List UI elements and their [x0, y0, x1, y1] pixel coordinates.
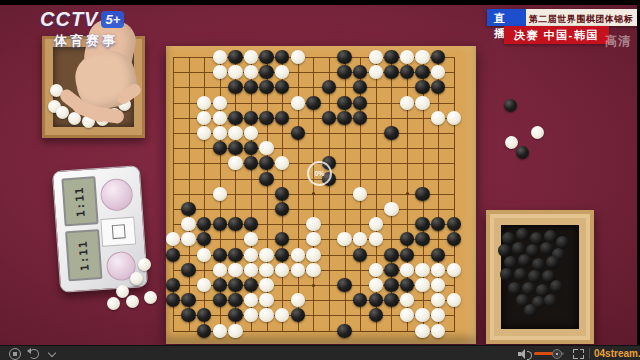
refresh-icon[interactable]	[29, 349, 39, 359]
captured-white-stone	[126, 295, 139, 308]
black-stone	[415, 217, 430, 231]
broadcast-screen: 1:11 1:11 0% CCTV 5+ 体育赛事 直播 第二届世界围棋团体锦标…	[0, 0, 640, 360]
black-stone	[291, 126, 306, 140]
white-stone	[259, 141, 274, 155]
bowl-black-stone	[516, 228, 529, 241]
site-watermark: 04stream.tv	[594, 348, 640, 359]
bowl-black-stone	[544, 294, 557, 307]
white-stone	[431, 263, 446, 277]
bowl-black-stone	[546, 256, 559, 269]
black-stone	[181, 202, 196, 216]
white-stone	[431, 324, 446, 338]
white-stone	[228, 156, 243, 170]
volume-slider-handle[interactable]	[552, 349, 562, 359]
white-stone	[197, 248, 212, 262]
bowl-white-stone	[108, 108, 121, 121]
black-stone	[228, 80, 243, 94]
white-stone	[213, 324, 228, 338]
captured-white-stone	[505, 136, 518, 149]
black-stone	[337, 96, 352, 110]
black-stone	[415, 187, 430, 201]
black-stone	[384, 278, 399, 292]
white-stone	[369, 65, 384, 79]
captured-white-stone	[116, 285, 129, 298]
bowl-white-stone	[96, 113, 109, 126]
white-stone	[306, 248, 321, 262]
black-stone	[306, 96, 321, 110]
white-stone	[415, 96, 430, 110]
black-stone	[228, 293, 243, 307]
volume-osd-value: 0%	[314, 170, 324, 177]
black-stone	[259, 111, 274, 125]
white-stone	[306, 263, 321, 277]
letterbox-top	[0, 0, 640, 5]
white-stone	[447, 293, 462, 307]
black-stone	[353, 96, 368, 110]
white-stone	[415, 278, 430, 292]
white-stone	[213, 126, 228, 140]
bowl-black-stone	[550, 280, 563, 293]
white-stone	[228, 126, 243, 140]
black-stone	[197, 324, 212, 338]
black-stone	[337, 50, 352, 64]
captured-white-stone	[138, 258, 151, 271]
black-stone	[400, 248, 415, 262]
captured-black-stone	[516, 146, 529, 159]
bowl-black-stone	[544, 230, 557, 243]
black-stone	[228, 50, 243, 64]
black-stone	[337, 278, 352, 292]
white-stone	[197, 96, 212, 110]
black-stone	[259, 65, 274, 79]
star-point	[312, 284, 315, 287]
black-stone	[337, 324, 352, 338]
white-stone	[259, 278, 274, 292]
black-stone	[384, 126, 399, 140]
player-control-bar: 04stream.tv	[0, 345, 640, 360]
bowl-black-stone	[522, 282, 535, 295]
black-stone	[337, 65, 352, 79]
captured-black-stone	[504, 99, 517, 112]
black-stone	[228, 308, 243, 322]
clock-button-top	[100, 178, 134, 212]
bowl-black-stone	[532, 258, 545, 271]
white-stone	[291, 248, 306, 262]
black-stone	[384, 263, 399, 277]
white-stone	[400, 50, 415, 64]
bar-separator	[589, 348, 590, 359]
captured-white-stone	[107, 297, 120, 310]
black-stone	[213, 217, 228, 231]
white-stone	[400, 263, 415, 277]
bowl-black-stone	[512, 242, 525, 255]
white-stone	[259, 263, 274, 277]
white-stone	[291, 263, 306, 277]
white-stone	[447, 111, 462, 125]
black-stone	[322, 111, 337, 125]
bowl-white-stone	[82, 115, 95, 128]
captured-white-stone	[130, 272, 143, 285]
white-stone	[213, 187, 228, 201]
white-stone	[213, 96, 228, 110]
event-title: 第二届世界围棋团体锦标赛	[526, 9, 640, 26]
black-stone	[384, 293, 399, 307]
bowl-white-stone	[122, 84, 135, 97]
white-stone	[228, 263, 243, 277]
bowl-white-stone	[118, 98, 131, 111]
black-stone	[228, 111, 243, 125]
white-stone	[369, 50, 384, 64]
clock-display-top: 1:11	[61, 176, 98, 226]
white-stone	[306, 232, 321, 246]
bowl-black-stone	[504, 256, 517, 269]
black-stone	[447, 217, 462, 231]
white-stone	[369, 217, 384, 231]
stop-button-icon[interactable]	[9, 348, 21, 360]
black-stone	[353, 248, 368, 262]
black-stone	[384, 65, 399, 79]
star-point	[406, 192, 409, 195]
volume-slider[interactable]	[534, 352, 564, 355]
white-stone	[291, 96, 306, 110]
black-stone	[244, 111, 259, 125]
black-stone	[384, 50, 399, 64]
black-stone	[228, 248, 243, 262]
black-stone	[431, 248, 446, 262]
white-stone	[213, 263, 228, 277]
live-banner: 直播 第二届世界围棋团体锦标赛	[487, 9, 640, 26]
bowl-black-stone	[530, 232, 543, 245]
black-stone	[181, 263, 196, 277]
black-stone	[415, 65, 430, 79]
white-stone	[275, 263, 290, 277]
bowl-white-stone	[56, 106, 69, 119]
captured-white-stone	[531, 126, 544, 139]
black-stone	[259, 172, 274, 186]
white-stone	[244, 50, 259, 64]
bowl-black-stone	[556, 236, 569, 249]
white-stone	[244, 263, 259, 277]
white-stone	[228, 324, 243, 338]
channel-number-badge: 5+	[101, 11, 124, 28]
fullscreen-icon[interactable]	[573, 349, 584, 359]
black-stone	[337, 111, 352, 125]
black-stone	[166, 248, 181, 262]
white-stone	[353, 187, 368, 201]
black-stone	[166, 278, 181, 292]
black-stone	[400, 278, 415, 292]
clock-display-bottom: 1:11	[65, 229, 102, 281]
bowl-black-stone	[498, 244, 511, 257]
black-stone	[213, 278, 228, 292]
bowl-white-stone	[68, 112, 81, 125]
channel-slogan: 体育赛事	[54, 32, 124, 50]
chevron-down-icon[interactable]	[48, 349, 56, 357]
white-stone	[400, 96, 415, 110]
white-stone	[213, 50, 228, 64]
white-stone	[259, 248, 274, 262]
white-stone	[415, 324, 430, 338]
volume-osd: 0%	[307, 161, 332, 186]
bowl-black-stone	[540, 242, 553, 255]
white-stone	[431, 111, 446, 125]
white-stone	[415, 263, 430, 277]
white-stone	[213, 111, 228, 125]
bowl-black-stone	[524, 304, 537, 317]
white-stone	[181, 217, 196, 231]
white-stone	[369, 263, 384, 277]
black-stone	[259, 50, 274, 64]
white-stone	[259, 293, 274, 307]
clock-label-icon	[112, 224, 126, 239]
white-stone	[447, 263, 462, 277]
white-stone	[291, 293, 306, 307]
black-stone	[181, 293, 196, 307]
black-stone	[275, 111, 290, 125]
white-stone	[213, 65, 228, 79]
bowl-black-stone	[514, 268, 527, 281]
clock-label	[100, 217, 136, 247]
match-banner: 决赛 中国-韩国	[504, 26, 609, 44]
bowl-black-stone	[528, 270, 541, 283]
black-stone	[353, 111, 368, 125]
black-stone	[213, 248, 228, 262]
black-stone	[275, 248, 290, 262]
channel-logo: CCTV 5+ 体育赛事	[40, 8, 124, 50]
black-stone	[369, 293, 384, 307]
white-stone	[244, 248, 259, 262]
white-stone	[197, 111, 212, 125]
bowl-white-stone	[50, 84, 63, 97]
black-stone	[244, 278, 259, 292]
speaker-icon[interactable]	[518, 349, 531, 359]
bowl-black-stone	[500, 268, 513, 281]
bowl-black-stone	[508, 282, 521, 295]
bowl-black-stone	[502, 232, 515, 245]
black-stone	[213, 293, 228, 307]
black-stone	[228, 141, 243, 155]
channel-name: CCTV	[40, 8, 98, 31]
white-stone	[244, 126, 259, 140]
black-stone	[228, 278, 243, 292]
white-stone	[369, 278, 384, 292]
black-stone	[213, 141, 228, 155]
white-stone	[291, 50, 306, 64]
live-badge: 直播	[487, 9, 526, 26]
black-stone	[228, 217, 243, 231]
black-stone	[275, 187, 290, 201]
white-stone	[384, 202, 399, 216]
bowl-white-stone	[120, 70, 133, 83]
hd-watermark: 高清	[605, 33, 631, 50]
white-stone	[415, 50, 430, 64]
white-stone	[228, 65, 243, 79]
captured-white-stone	[144, 291, 157, 304]
white-stone	[306, 217, 321, 231]
black-stone	[384, 248, 399, 262]
bowl-black-stone	[518, 254, 531, 267]
